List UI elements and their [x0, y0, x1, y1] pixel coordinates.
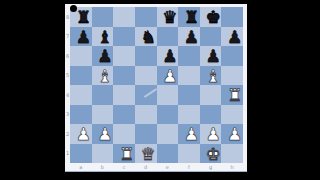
- square-h3[interactable]: [221, 105, 243, 125]
- black-pawn-piece: ♟: [97, 48, 112, 65]
- square-f1[interactable]: [178, 144, 200, 164]
- square-d2[interactable]: [135, 124, 157, 144]
- square-f6[interactable]: [178, 46, 200, 66]
- letterboxed-canvas: 87654321 ♜♛♜♚♟♝♞♟♟♟♟♟♝♟♝♜♟♟♟♟♟♜♛♚ abcdef…: [0, 0, 320, 180]
- square-c1[interactable]: ♜: [113, 144, 135, 164]
- black-pawn-piece: ♟: [162, 48, 177, 65]
- square-h7[interactable]: ♟: [221, 27, 243, 47]
- square-d3[interactable]: [135, 105, 157, 125]
- square-e7[interactable]: [157, 27, 179, 47]
- square-c4[interactable]: [113, 85, 135, 105]
- square-b2[interactable]: ♟: [92, 124, 114, 144]
- black-queen-piece: ♛: [162, 9, 177, 26]
- white-bishop-piece: ♝: [97, 67, 112, 84]
- square-a4[interactable]: [70, 85, 92, 105]
- square-d8[interactable]: [135, 7, 157, 27]
- file-label-b: b: [92, 163, 114, 172]
- white-pawn-piece: ♟: [97, 126, 112, 143]
- square-d1[interactable]: ♛: [135, 144, 157, 164]
- square-d6[interactable]: [135, 46, 157, 66]
- white-pawn-piece: ♟: [205, 126, 220, 143]
- square-b4[interactable]: [92, 85, 114, 105]
- black-rook-piece: ♜: [184, 9, 199, 26]
- white-pawn-piece: ♟: [76, 126, 91, 143]
- square-g8[interactable]: ♚: [200, 7, 222, 27]
- chess-diagram: 87654321 ♜♛♜♚♟♝♞♟♟♟♟♟♝♟♝♜♟♟♟♟♟♜♛♚ abcdef…: [65, 4, 247, 172]
- square-a7[interactable]: ♟: [70, 27, 92, 47]
- square-c7[interactable]: [113, 27, 135, 47]
- white-rook-piece: ♜: [227, 87, 242, 104]
- square-e5[interactable]: ♟: [157, 66, 179, 86]
- square-g5[interactable]: ♝: [200, 66, 222, 86]
- square-f8[interactable]: ♜: [178, 7, 200, 27]
- square-f5[interactable]: [178, 66, 200, 86]
- square-a5[interactable]: [70, 66, 92, 86]
- file-label-f: f: [178, 163, 200, 172]
- square-d7[interactable]: ♞: [135, 27, 157, 47]
- file-label-g: g: [200, 163, 222, 172]
- black-king-piece: ♚: [205, 9, 220, 26]
- square-h4[interactable]: ♜: [221, 85, 243, 105]
- white-pawn-piece: ♟: [162, 67, 177, 84]
- square-c5[interactable]: [113, 66, 135, 86]
- square-a3[interactable]: [70, 105, 92, 125]
- square-h2[interactable]: ♟: [221, 124, 243, 144]
- square-b5[interactable]: ♝: [92, 66, 114, 86]
- square-h5[interactable]: [221, 66, 243, 86]
- square-b7[interactable]: ♝: [92, 27, 114, 47]
- square-b1[interactable]: [92, 144, 114, 164]
- black-knight-piece: ♞: [141, 28, 156, 45]
- white-pawn-piece: ♟: [227, 126, 242, 143]
- black-pawn-piece: ♟: [227, 28, 242, 45]
- square-c3[interactable]: [113, 105, 135, 125]
- square-e3[interactable]: [157, 105, 179, 125]
- square-e1[interactable]: [157, 144, 179, 164]
- square-d5[interactable]: [135, 66, 157, 86]
- square-c2[interactable]: [113, 124, 135, 144]
- square-e6[interactable]: ♟: [157, 46, 179, 66]
- file-label-e: e: [157, 163, 179, 172]
- square-h1[interactable]: [221, 144, 243, 164]
- square-c8[interactable]: [113, 7, 135, 27]
- square-b6[interactable]: ♟: [92, 46, 114, 66]
- white-queen-piece: ♛: [141, 145, 156, 162]
- square-b3[interactable]: [92, 105, 114, 125]
- black-pawn-piece: ♟: [76, 28, 91, 45]
- square-f3[interactable]: [178, 105, 200, 125]
- file-label-h: h: [221, 163, 243, 172]
- square-e4[interactable]: [157, 85, 179, 105]
- square-g4[interactable]: [200, 85, 222, 105]
- square-g3[interactable]: [200, 105, 222, 125]
- white-rook-piece: ♜: [119, 145, 134, 162]
- square-g6[interactable]: ♟: [200, 46, 222, 66]
- square-c6[interactable]: [113, 46, 135, 66]
- square-g2[interactable]: ♟: [200, 124, 222, 144]
- square-e2[interactable]: [157, 124, 179, 144]
- square-h6[interactable]: [221, 46, 243, 66]
- square-f4[interactable]: [178, 85, 200, 105]
- file-label-a: a: [70, 163, 92, 172]
- white-bishop-piece: ♝: [205, 67, 220, 84]
- black-pawn-piece: ♟: [205, 48, 220, 65]
- square-f2[interactable]: ♟: [178, 124, 200, 144]
- square-a1[interactable]: [70, 144, 92, 164]
- square-a2[interactable]: ♟: [70, 124, 92, 144]
- square-g7[interactable]: [200, 27, 222, 47]
- black-to-move-indicator: [70, 5, 77, 12]
- square-g1[interactable]: ♚: [200, 144, 222, 164]
- chess-board: ♜♛♜♚♟♝♞♟♟♟♟♟♝♟♝♜♟♟♟♟♟♜♛♚: [70, 7, 243, 163]
- white-king-piece: ♚: [205, 145, 220, 162]
- black-pawn-piece: ♟: [184, 28, 199, 45]
- white-pawn-piece: ♟: [184, 126, 199, 143]
- black-rook-piece: ♜: [76, 9, 91, 26]
- file-label-c: c: [113, 163, 135, 172]
- file-label-d: d: [135, 163, 157, 172]
- square-e8[interactable]: ♛: [157, 7, 179, 27]
- black-bishop-piece: ♝: [97, 28, 112, 45]
- square-h8[interactable]: [221, 7, 243, 27]
- square-b8[interactable]: [92, 7, 114, 27]
- square-a6[interactable]: [70, 46, 92, 66]
- square-f7[interactable]: ♟: [178, 27, 200, 47]
- file-labels: abcdefgh: [70, 163, 243, 172]
